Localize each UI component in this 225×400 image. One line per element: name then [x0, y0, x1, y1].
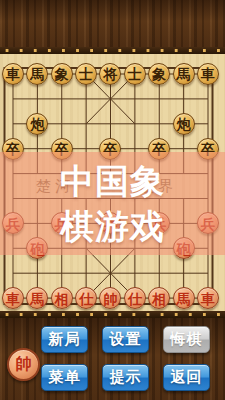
piece-red-車[interactable]: 車	[2, 287, 24, 309]
piece-black-車[interactable]: 車	[197, 63, 219, 85]
piece-red-相[interactable]: 相	[51, 287, 73, 309]
piece-black-象[interactable]: 象	[148, 63, 170, 85]
piece-black-士[interactable]: 士	[75, 63, 97, 85]
undo-move-button[interactable]: 悔棋	[163, 326, 210, 353]
app-title-line1: 中国象	[60, 159, 165, 204]
piece-red-相[interactable]: 相	[148, 287, 170, 309]
piece-black-将[interactable]: 将	[99, 63, 121, 85]
piece-red-馬[interactable]: 馬	[173, 287, 195, 309]
piece-black-象[interactable]: 象	[51, 63, 73, 85]
piece-red-車[interactable]: 車	[197, 287, 219, 309]
piece-red-馬[interactable]: 馬	[26, 287, 48, 309]
app-screen: 楚河 漢界 車馬象士将士象馬車炮炮卒卒卒卒卒兵兵兵兵兵砲砲車馬相仕帥仕相馬車 中…	[0, 0, 225, 400]
red-general-indicator: 帥	[7, 348, 40, 381]
piece-black-車[interactable]: 車	[2, 63, 24, 85]
wood-frame-top	[0, 0, 225, 47]
new-game-button[interactable]: 新局	[41, 326, 88, 353]
button-panel: 新局 设置 悔棋 菜单 提示 返回	[41, 326, 210, 391]
settings-button[interactable]: 设置	[102, 326, 149, 353]
back-button[interactable]: 返回	[163, 364, 210, 391]
piece-black-炮[interactable]: 炮	[26, 113, 48, 135]
menu-button[interactable]: 菜单	[41, 364, 88, 391]
piece-red-仕[interactable]: 仕	[75, 287, 97, 309]
piece-red-仕[interactable]: 仕	[124, 287, 146, 309]
hint-button[interactable]: 提示	[102, 364, 149, 391]
app-title-line2: 棋游戏	[60, 204, 165, 249]
stud-strip-bottom	[0, 311, 225, 318]
piece-black-馬[interactable]: 馬	[173, 63, 195, 85]
stud-strip-top	[0, 47, 225, 54]
piece-red-帥[interactable]: 帥	[99, 287, 121, 309]
title-overlay: 中国象 棋游戏	[0, 152, 225, 255]
piece-black-馬[interactable]: 馬	[26, 63, 48, 85]
piece-black-士[interactable]: 士	[124, 63, 146, 85]
piece-black-炮[interactable]: 炮	[173, 113, 195, 135]
